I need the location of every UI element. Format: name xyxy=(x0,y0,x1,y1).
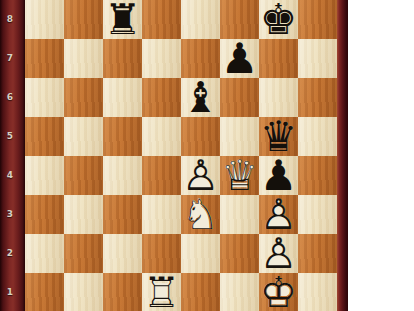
rank-label-5: 5 xyxy=(0,117,25,156)
black-king-glyph: ♚ xyxy=(259,0,298,39)
square-e8[interactable] xyxy=(181,0,220,39)
square-f7[interactable]: ♟ xyxy=(220,39,259,78)
piece-black-king[interactable]: ♚ xyxy=(259,0,298,39)
rank-label-1: 1 xyxy=(0,272,25,311)
rank-label-6: 6 xyxy=(0,78,25,117)
white-knight-outline-glyph: ♘ xyxy=(181,195,220,234)
square-e5[interactable] xyxy=(181,117,220,156)
square-c7[interactable] xyxy=(103,39,142,78)
piece-black-queen[interactable]: ♛ xyxy=(259,117,298,156)
black-rook-glyph: ♜ xyxy=(103,0,142,39)
square-d7[interactable] xyxy=(142,39,181,78)
square-a4[interactable] xyxy=(25,156,64,195)
square-d1[interactable]: ♜♖ xyxy=(142,273,181,311)
square-b5[interactable] xyxy=(64,117,103,156)
black-pawn-glyph: ♟ xyxy=(259,156,298,195)
square-h6[interactable] xyxy=(298,78,337,117)
black-bishop-glyph: ♝ xyxy=(181,78,220,117)
square-a1[interactable] xyxy=(25,273,64,311)
piece-black-pawn[interactable]: ♟ xyxy=(259,156,298,195)
square-h2[interactable] xyxy=(298,234,337,273)
white-queen-outline-glyph: ♕ xyxy=(220,156,259,195)
square-h5[interactable] xyxy=(298,117,337,156)
rank-label-4: 4 xyxy=(0,156,25,195)
square-b3[interactable] xyxy=(64,195,103,234)
square-b4[interactable] xyxy=(64,156,103,195)
square-a6[interactable] xyxy=(25,78,64,117)
square-a2[interactable] xyxy=(25,234,64,273)
black-queen-glyph: ♛ xyxy=(259,117,298,156)
white-pawn-outline-glyph: ♙ xyxy=(259,195,298,234)
square-d4[interactable] xyxy=(142,156,181,195)
square-f2[interactable] xyxy=(220,234,259,273)
white-pawn-fill-glyph: ♟ xyxy=(259,195,298,234)
white-pawn-outline-glyph: ♙ xyxy=(181,156,220,195)
rank-label-7: 7 xyxy=(0,39,25,78)
square-f6[interactable] xyxy=(220,78,259,117)
piece-white-queen[interactable]: ♛♕ xyxy=(220,156,259,195)
square-f8[interactable] xyxy=(220,0,259,39)
piece-black-bishop[interactable]: ♝ xyxy=(181,78,220,117)
square-c8[interactable]: ♜ xyxy=(103,0,142,39)
square-h7[interactable] xyxy=(298,39,337,78)
piece-white-pawn[interactable]: ♟♙ xyxy=(259,195,298,234)
square-b7[interactable] xyxy=(64,39,103,78)
square-d3[interactable] xyxy=(142,195,181,234)
square-g1[interactable]: ♚♔ xyxy=(259,273,298,311)
piece-black-rook[interactable]: ♜ xyxy=(103,0,142,39)
white-pawn-fill-glyph: ♟ xyxy=(181,156,220,195)
square-g5[interactable]: ♛ xyxy=(259,117,298,156)
square-b2[interactable] xyxy=(64,234,103,273)
square-g7[interactable] xyxy=(259,39,298,78)
square-h3[interactable] xyxy=(298,195,337,234)
piece-white-knight[interactable]: ♞♘ xyxy=(181,195,220,234)
white-pawn-outline-glyph: ♙ xyxy=(259,234,298,273)
square-c6[interactable] xyxy=(103,78,142,117)
square-c2[interactable] xyxy=(103,234,142,273)
square-e3[interactable]: ♞♘ xyxy=(181,195,220,234)
black-pawn-glyph: ♟ xyxy=(220,39,259,78)
square-a3[interactable] xyxy=(25,195,64,234)
square-e7[interactable] xyxy=(181,39,220,78)
piece-white-king[interactable]: ♚♔ xyxy=(259,273,298,311)
square-d6[interactable] xyxy=(142,78,181,117)
white-rook-outline-glyph: ♖ xyxy=(142,273,181,311)
rank-label-3: 3 xyxy=(0,194,25,233)
chess-diagram: 8 7 6 5 4 3 2 1 ♜♚♟♝♛♟♙♛♕♟♞♘♟♙♟♙♜♖♚♔ xyxy=(0,0,414,311)
white-pawn-fill-glyph: ♟ xyxy=(259,234,298,273)
square-a8[interactable] xyxy=(25,0,64,39)
square-b1[interactable] xyxy=(64,273,103,311)
square-h4[interactable] xyxy=(298,156,337,195)
white-king-fill-glyph: ♚ xyxy=(259,273,298,311)
white-queen-fill-glyph: ♛ xyxy=(220,156,259,195)
rank-label-8: 8 xyxy=(0,0,25,39)
square-c1[interactable] xyxy=(103,273,142,311)
square-c3[interactable] xyxy=(103,195,142,234)
square-a7[interactable] xyxy=(25,39,64,78)
square-h1[interactable] xyxy=(298,273,337,311)
square-e1[interactable] xyxy=(181,273,220,311)
square-b8[interactable] xyxy=(64,0,103,39)
square-f5[interactable] xyxy=(220,117,259,156)
piece-black-pawn[interactable]: ♟ xyxy=(220,39,259,78)
square-f4[interactable]: ♛♕ xyxy=(220,156,259,195)
square-a5[interactable] xyxy=(25,117,64,156)
square-b6[interactable] xyxy=(64,78,103,117)
rank-label-2: 2 xyxy=(0,233,25,272)
board-left-border: 8 7 6 5 4 3 2 1 xyxy=(0,0,25,311)
chess-board: ♜♚♟♝♛♟♙♛♕♟♞♘♟♙♟♙♜♖♚♔ xyxy=(25,0,337,311)
square-e4[interactable]: ♟♙ xyxy=(181,156,220,195)
piece-white-pawn[interactable]: ♟♙ xyxy=(181,156,220,195)
white-knight-fill-glyph: ♞ xyxy=(181,195,220,234)
square-g6[interactable] xyxy=(259,78,298,117)
square-h8[interactable] xyxy=(298,0,337,39)
square-f3[interactable] xyxy=(220,195,259,234)
white-king-outline-glyph: ♔ xyxy=(259,273,298,311)
white-rook-fill-glyph: ♜ xyxy=(142,273,181,311)
square-g4[interactable]: ♟ xyxy=(259,156,298,195)
square-g3[interactable]: ♟♙ xyxy=(259,195,298,234)
square-d2[interactable] xyxy=(142,234,181,273)
square-d8[interactable] xyxy=(142,0,181,39)
square-d5[interactable] xyxy=(142,117,181,156)
square-f1[interactable] xyxy=(220,273,259,311)
board-right-border xyxy=(337,0,348,311)
piece-white-rook[interactable]: ♜♖ xyxy=(142,273,181,311)
square-e6[interactable]: ♝ xyxy=(181,78,220,117)
square-c4[interactable] xyxy=(103,156,142,195)
square-g8[interactable]: ♚ xyxy=(259,0,298,39)
square-g2[interactable]: ♟♙ xyxy=(259,234,298,273)
piece-white-pawn[interactable]: ♟♙ xyxy=(259,234,298,273)
square-e2[interactable] xyxy=(181,234,220,273)
square-c5[interactable] xyxy=(103,117,142,156)
